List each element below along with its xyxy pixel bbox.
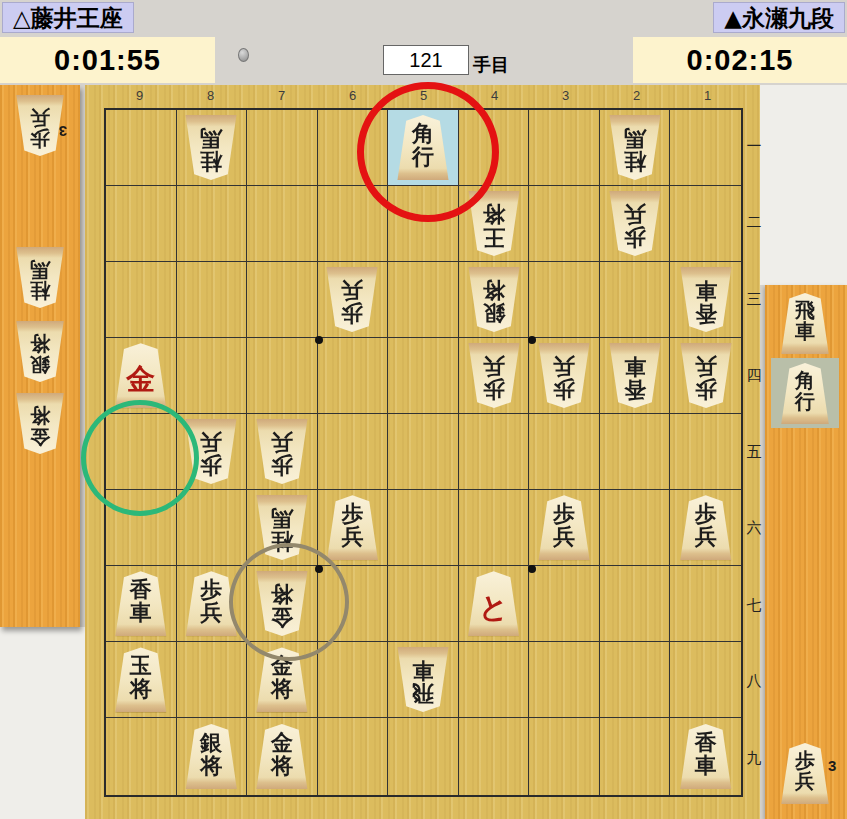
rank-label-二: 二: [745, 185, 763, 262]
board-square-7六[interactable]: 桂馬: [247, 490, 318, 566]
piece-kanji: 車: [695, 279, 717, 302]
piece-kanji: 将: [483, 279, 505, 302]
piece-kanji: 金: [271, 654, 293, 677]
board-square-2二[interactable]: 歩兵: [600, 186, 671, 262]
piece-kanji: 行: [412, 145, 434, 168]
board-square-1六[interactable]: 歩兵: [670, 490, 741, 566]
piece-kanji: 車: [412, 659, 434, 682]
piece-kanji: 車: [795, 321, 815, 342]
board-square-7八[interactable]: 金将: [247, 642, 318, 718]
board-square-5三[interactable]: [388, 262, 459, 338]
shogi-app-window: △藤井王座 ▲永瀬九段 0:01:55 0:02:15 手目 歩兵3桂馬銀将金将…: [0, 0, 847, 819]
board-square-1二[interactable]: [670, 186, 741, 262]
board-square-9八[interactable]: 玉将: [106, 642, 177, 718]
board-square-5一[interactable]: 角行: [388, 110, 459, 186]
piece-kanji: 王: [483, 226, 505, 249]
board-square-1四[interactable]: 歩兵: [670, 338, 741, 414]
board-square-4二[interactable]: 王将: [459, 186, 530, 262]
board-square-7四[interactable]: [247, 338, 318, 414]
piece-kanji: 歩: [341, 502, 363, 525]
piece-kanji: 飛: [795, 300, 815, 321]
board-square-4七[interactable]: と: [459, 566, 530, 642]
piece-kanji: 兵: [553, 355, 575, 378]
piece-kanji: 飛: [412, 682, 434, 705]
gote-player-badge: △藤井王座: [2, 2, 134, 33]
shogi-board-panel: 987654321 一二三四五六七八九 桂馬角行桂馬王将歩兵歩兵銀将香車金歩兵歩…: [85, 85, 760, 819]
board-square-7五[interactable]: 歩兵: [247, 414, 318, 490]
board-square-9二[interactable]: [106, 186, 177, 262]
piece-kanji: 馬: [624, 127, 646, 150]
shogi-piece-桂馬-gote[interactable]: 桂馬: [253, 495, 311, 560]
piece-kanji: 歩: [200, 578, 222, 601]
gote-clock: 0:01:55: [0, 37, 215, 83]
board-square-8二[interactable]: [177, 186, 248, 262]
board-square-1三[interactable]: 香車: [670, 262, 741, 338]
rank-labels: 一二三四五六七八九: [745, 108, 763, 797]
shogi-piece-歩兵-sente[interactable]: 歩兵: [778, 743, 832, 804]
piece-kanji: 兵: [341, 279, 363, 302]
piece-kanji: 将: [483, 203, 505, 226]
piece-kanji: 香: [130, 578, 152, 601]
hand-slot-歩兵: 歩兵3: [778, 743, 832, 804]
board-square-9六[interactable]: [106, 490, 177, 566]
board-square-6九[interactable]: [318, 718, 389, 794]
board-square-8三[interactable]: [177, 262, 248, 338]
board-square-1八[interactable]: [670, 642, 741, 718]
piece-kanji: 将: [30, 333, 50, 354]
board-square-4三[interactable]: 銀将: [459, 262, 530, 338]
board-square-1五[interactable]: [670, 414, 741, 490]
piece-kanji: 車: [695, 754, 717, 777]
hand-slot-角行: 角行: [778, 363, 832, 424]
hand-slot-歩兵: 歩兵3: [13, 95, 67, 156]
board-square-5二[interactable]: [388, 186, 459, 262]
piece-kanji: 桂: [200, 150, 222, 173]
shogi-piece-銀将-sente[interactable]: 銀将: [182, 724, 240, 789]
board-square-4六[interactable]: [459, 490, 530, 566]
board-square-6二[interactable]: [318, 186, 389, 262]
file-label-9: 9: [104, 88, 175, 106]
piece-kanji: 車: [130, 601, 152, 624]
piece-kanji: 将: [130, 677, 152, 700]
piece-kanji: 金: [271, 606, 293, 629]
sente-captured-tray: 飛車角行歩兵3: [765, 285, 847, 819]
rank-label-三: 三: [745, 261, 763, 338]
piece-kanji: 歩: [483, 378, 505, 401]
board-square-2一[interactable]: 桂馬: [600, 110, 671, 186]
shogi-piece-王将-gote[interactable]: 王将: [465, 191, 523, 256]
board-square-5六[interactable]: [388, 490, 459, 566]
board-square-3三[interactable]: [529, 262, 600, 338]
piece-kanji: 歩: [200, 454, 222, 477]
board-square-3五[interactable]: [529, 414, 600, 490]
board-square-5九[interactable]: [388, 718, 459, 794]
shogi-piece-銀将-gote[interactable]: 銀将: [13, 321, 67, 382]
piece-kanji: 歩: [341, 302, 363, 325]
piece-kanji: 馬: [271, 507, 293, 530]
piece-kanji: 桂: [624, 150, 646, 173]
shogi-piece-桂馬-gote[interactable]: 桂馬: [13, 247, 67, 308]
rank-label-六: 六: [745, 491, 763, 568]
file-label-7: 7: [246, 88, 317, 106]
board-square-6六[interactable]: 歩兵: [318, 490, 389, 566]
shogi-piece-金将-gote[interactable]: 金将: [13, 393, 67, 454]
file-label-4: 4: [459, 88, 530, 106]
piece-kanji: 兵: [341, 525, 363, 548]
rank-label-一: 一: [745, 108, 763, 185]
piece-kanji: 歩: [695, 378, 717, 401]
shogi-piece-金-sente[interactable]: 金: [112, 343, 170, 408]
board-square-6三[interactable]: 歩兵: [318, 262, 389, 338]
board-square-3一[interactable]: [529, 110, 600, 186]
piece-kanji: 歩: [271, 454, 293, 477]
board-square-7九[interactable]: 金将: [247, 718, 318, 794]
shogi-piece-香車-gote[interactable]: 香車: [677, 267, 735, 332]
shogi-piece-歩兵-sente[interactable]: 歩兵: [677, 495, 735, 560]
file-labels: 987654321: [104, 88, 743, 106]
piece-kanji: 銀: [483, 302, 505, 325]
board-square-9三[interactable]: [106, 262, 177, 338]
file-label-3: 3: [530, 88, 601, 106]
board-square-4四[interactable]: 歩兵: [459, 338, 530, 414]
piece-kanji: 金: [271, 731, 293, 754]
board-square-9七[interactable]: 香車: [106, 566, 177, 642]
shogi-piece-香車-gote[interactable]: 香車: [606, 343, 664, 408]
piece-kanji: 桂: [271, 530, 293, 553]
board-square-7一[interactable]: [247, 110, 318, 186]
board-square-8八[interactable]: [177, 642, 248, 718]
shogi-piece-桂馬-gote[interactable]: 桂馬: [606, 115, 664, 180]
piece-kanji: 兵: [695, 355, 717, 378]
board-square-8一[interactable]: 桂馬: [177, 110, 248, 186]
piece-kanji: 歩: [795, 750, 815, 771]
piece-kanji: 角: [412, 122, 434, 145]
file-label-8: 8: [175, 88, 246, 106]
shogi-piece-金将-sente[interactable]: 金将: [253, 724, 311, 789]
board-square-4五[interactable]: [459, 414, 530, 490]
board-square-3七[interactable]: [529, 566, 600, 642]
shogi-piece-歩兵-gote[interactable]: 歩兵: [253, 419, 311, 484]
board-square-1七[interactable]: [670, 566, 741, 642]
shogi-piece-歩兵-sente[interactable]: 歩兵: [535, 495, 593, 560]
board-square-5四[interactable]: [388, 338, 459, 414]
shogi-piece-歩兵-sente[interactable]: 歩兵: [323, 495, 381, 560]
board-square-5七[interactable]: [388, 566, 459, 642]
piece-kanji: 将: [271, 583, 293, 606]
piece-kanji: 金: [30, 426, 50, 447]
board-square-3六[interactable]: 歩兵: [529, 490, 600, 566]
board-square-9四[interactable]: 金: [106, 338, 177, 414]
move-count-label: 手目: [473, 53, 509, 77]
piece-kanji: 兵: [200, 601, 222, 624]
hand-count: 3: [59, 123, 67, 140]
board-square-6七[interactable]: [318, 566, 389, 642]
move-count-input[interactable]: [383, 45, 469, 75]
piece-kanji: 銀: [200, 731, 222, 754]
board-square-3四[interactable]: 歩兵: [529, 338, 600, 414]
shogi-piece-歩兵-gote[interactable]: 歩兵: [606, 191, 664, 256]
piece-kanji: 行: [795, 391, 815, 412]
piece-kanji: 兵: [624, 203, 646, 226]
piece-kanji: 歩: [553, 378, 575, 401]
hand-slot-飛車: 飛車: [778, 293, 832, 354]
shogi-piece-金将-sente[interactable]: 金将: [253, 647, 311, 712]
hand-slot-金将: 金将: [13, 393, 67, 454]
board-square-3九[interactable]: [529, 718, 600, 794]
piece-kanji: 将: [200, 754, 222, 777]
shogi-piece-香車-sente[interactable]: 香車: [677, 724, 735, 789]
rank-label-四: 四: [745, 338, 763, 415]
board-square-4九[interactable]: [459, 718, 530, 794]
board-square-3八[interactable]: [529, 642, 600, 718]
file-label-5: 5: [388, 88, 459, 106]
piece-kanji: 馬: [30, 259, 50, 280]
piece-kanji: 歩: [30, 128, 50, 149]
board-square-7七[interactable]: 金将: [247, 566, 318, 642]
board-square-2五[interactable]: [600, 414, 671, 490]
piece-kanji: 兵: [795, 771, 815, 792]
piece-kanji: 兵: [200, 431, 222, 454]
shogi-piece-飛車-sente[interactable]: 飛車: [778, 293, 832, 354]
board-square-6一[interactable]: [318, 110, 389, 186]
rank-label-九: 九: [745, 720, 763, 797]
board-square-2八[interactable]: [600, 642, 671, 718]
piece-kanji: 兵: [30, 107, 50, 128]
right-upper-filler: [758, 85, 847, 285]
piece-kanji: 歩: [553, 502, 575, 525]
board-square-4一[interactable]: [459, 110, 530, 186]
board-square-5五[interactable]: [388, 414, 459, 490]
piece-kanji: 車: [624, 355, 646, 378]
file-label-6: 6: [317, 88, 388, 106]
shogi-piece-と-sente[interactable]: と: [465, 571, 523, 636]
shogi-piece-桂馬-gote[interactable]: 桂馬: [182, 115, 240, 180]
shogi-piece-歩兵-gote[interactable]: 歩兵: [677, 343, 735, 408]
hand-count: 3: [828, 757, 836, 774]
piece-kanji: 将: [30, 405, 50, 426]
board-square-7三[interactable]: [247, 262, 318, 338]
piece-kanji: 将: [271, 754, 293, 777]
board-square-9九[interactable]: [106, 718, 177, 794]
piece-kanji: 兵: [483, 355, 505, 378]
board-square-1九[interactable]: 香車: [670, 718, 741, 794]
board-square-8七[interactable]: 歩兵: [177, 566, 248, 642]
piece-kanji: 歩: [624, 226, 646, 249]
shogi-piece-銀将-gote[interactable]: 銀将: [465, 267, 523, 332]
board-square-2四[interactable]: 香車: [600, 338, 671, 414]
piece-kanji: 金: [126, 364, 155, 394]
piece-kanji: 玉: [130, 654, 152, 677]
piece-kanji: 角: [795, 370, 815, 391]
shogi-piece-金将-gote[interactable]: 金将: [253, 571, 311, 636]
shogi-piece-歩兵-gote[interactable]: 歩兵: [535, 343, 593, 408]
board-square-8九[interactable]: 銀将: [177, 718, 248, 794]
piece-kanji: 銀: [30, 354, 50, 375]
board-square-9五[interactable]: [106, 414, 177, 490]
piece-kanji: と: [479, 592, 509, 622]
shogi-piece-歩兵-gote[interactable]: 歩兵: [323, 267, 381, 332]
board-square-5八[interactable]: 飛車: [388, 642, 459, 718]
piece-kanji: 香: [695, 731, 717, 754]
board-square-7二[interactable]: [247, 186, 318, 262]
board-square-3二[interactable]: [529, 186, 600, 262]
turn-indicator-dot: [238, 48, 249, 62]
piece-kanji: 将: [271, 677, 293, 700]
piece-kanji: 兵: [271, 431, 293, 454]
board-square-8六[interactable]: [177, 490, 248, 566]
board-square-1一[interactable]: [670, 110, 741, 186]
sente-player-badge: ▲永瀬九段: [713, 2, 845, 33]
board-square-8五[interactable]: 歩兵: [177, 414, 248, 490]
file-label-2: 2: [601, 88, 672, 106]
shogi-piece-玉将-sente[interactable]: 玉将: [112, 647, 170, 712]
shogi-piece-歩兵-gote[interactable]: 歩兵: [182, 419, 240, 484]
board-square-2七[interactable]: [600, 566, 671, 642]
shogi-piece-飛車-gote[interactable]: 飛車: [394, 647, 452, 712]
piece-kanji: 兵: [695, 525, 717, 548]
board-square-2九[interactable]: [600, 718, 671, 794]
board-grid: 桂馬角行桂馬王将歩兵歩兵銀将香車金歩兵歩兵香車歩兵歩兵歩兵桂馬歩兵歩兵歩兵香車歩…: [104, 108, 743, 797]
piece-kanji: 馬: [200, 127, 222, 150]
rank-label-七: 七: [745, 567, 763, 644]
shogi-piece-歩兵-gote[interactable]: 歩兵: [465, 343, 523, 408]
shogi-piece-歩兵-sente[interactable]: 歩兵: [182, 571, 240, 636]
rank-label-八: 八: [745, 644, 763, 721]
board-square-6八[interactable]: [318, 642, 389, 718]
piece-kanji: 香: [624, 378, 646, 401]
gote-captured-tray: 歩兵3桂馬銀将金将: [0, 85, 80, 627]
sente-clock: 0:02:15: [633, 37, 847, 83]
board-square-2三[interactable]: [600, 262, 671, 338]
piece-kanji: 香: [695, 302, 717, 325]
hand-slot-桂馬: 桂馬: [13, 247, 67, 308]
board-square-2六[interactable]: [600, 490, 671, 566]
board-square-9一[interactable]: [106, 110, 177, 186]
rank-label-五: 五: [745, 414, 763, 491]
left-lower-filler: [0, 627, 85, 819]
shogi-piece-香車-sente[interactable]: 香車: [112, 571, 170, 636]
board-square-6五[interactable]: [318, 414, 389, 490]
file-label-1: 1: [672, 88, 743, 106]
board-square-8四[interactable]: [177, 338, 248, 414]
shogi-piece-角行-sente[interactable]: 角行: [394, 115, 452, 180]
board-square-6四[interactable]: [318, 338, 389, 414]
board-square-4八[interactable]: [459, 642, 530, 718]
hand-slot-銀将: 銀将: [13, 321, 67, 382]
piece-kanji: 歩: [695, 502, 717, 525]
piece-kanji: 桂: [30, 280, 50, 301]
piece-kanji: 兵: [553, 525, 575, 548]
